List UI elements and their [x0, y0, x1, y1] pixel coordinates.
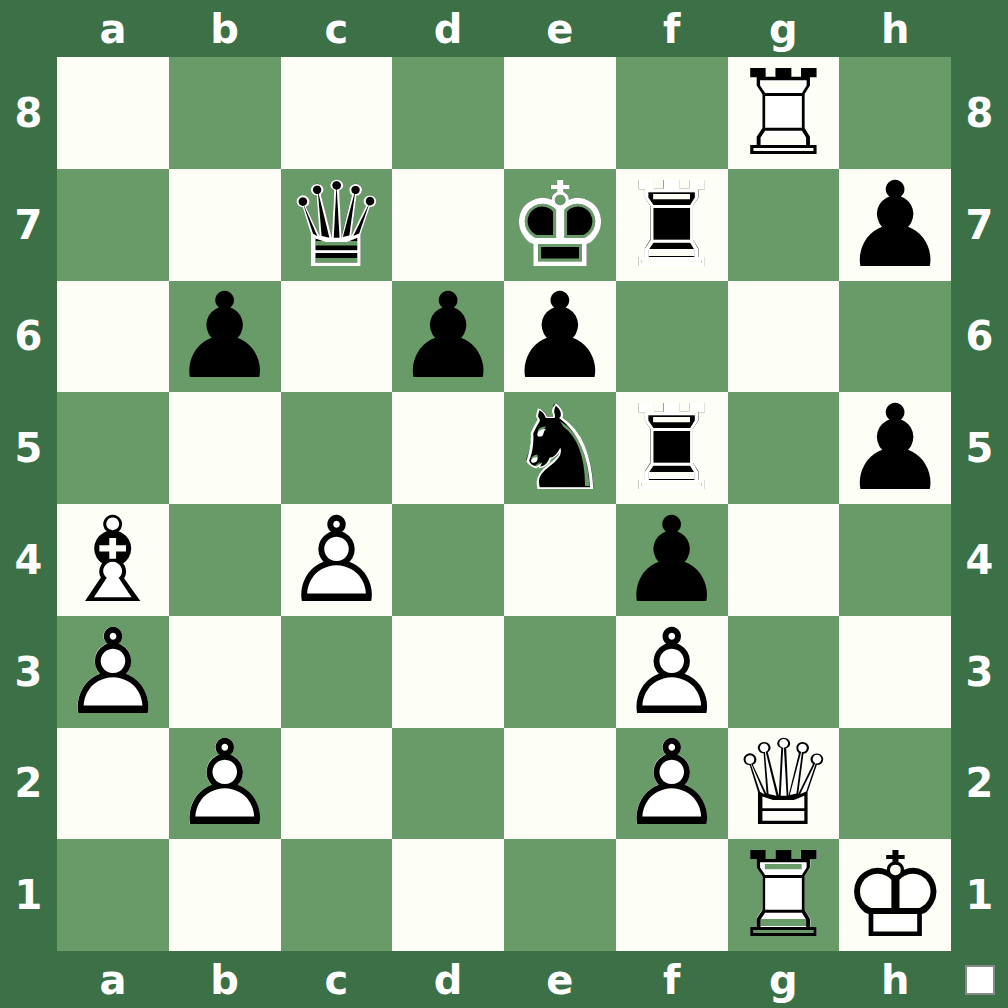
rank-label-right-6: 6 — [951, 281, 1008, 393]
rank-labels-left: 87654321 — [0, 57, 57, 951]
square-a2[interactable] — [57, 728, 169, 840]
file-label-bottom-d: d — [392, 951, 504, 1008]
file-label-top-g: g — [728, 0, 840, 57]
square-e8[interactable] — [504, 57, 616, 169]
square-a3[interactable]: ♟♙ — [57, 616, 169, 728]
piece-black-knight[interactable]: ♞♘ — [504, 392, 616, 504]
square-g6[interactable] — [728, 281, 840, 393]
piece-glyph-outline: ♖ — [728, 839, 840, 951]
piece-glyph-outline: ♙ — [281, 504, 393, 616]
rank-label-left-8: 8 — [0, 57, 57, 169]
file-label-bottom-g: g — [728, 951, 840, 1008]
square-b5[interactable] — [169, 392, 281, 504]
rank-label-right-7: 7 — [951, 169, 1008, 281]
piece-black-pawn[interactable]: ♟ — [839, 392, 951, 504]
square-g8[interactable]: ♜♖ — [728, 57, 840, 169]
square-a1[interactable] — [57, 839, 169, 951]
square-f1[interactable] — [616, 839, 728, 951]
piece-white-pawn[interactable]: ♟♙ — [616, 728, 728, 840]
square-g4[interactable] — [728, 504, 840, 616]
white-to-move-indicator — [965, 965, 995, 995]
piece-glyph-fill: ♟ — [616, 728, 728, 840]
file-label-bottom-e: e — [504, 951, 616, 1008]
square-f7[interactable]: ♜♖ — [616, 169, 728, 281]
square-e3[interactable] — [504, 616, 616, 728]
piece-glyph-fill: ♛ — [728, 728, 840, 840]
rank-label-left-3: 3 — [0, 616, 57, 728]
piece-white-queen[interactable]: ♛♕ — [728, 728, 840, 840]
piece-black-pawn[interactable]: ♟ — [392, 281, 504, 393]
square-e5[interactable]: ♞♘ — [504, 392, 616, 504]
file-label-bottom-f: f — [616, 951, 728, 1008]
square-b7[interactable] — [169, 169, 281, 281]
rank-labels-right: 87654321 — [951, 57, 1008, 951]
piece-black-rook[interactable]: ♜♖ — [616, 392, 728, 504]
piece-glyph-outline: ♕ — [728, 728, 840, 840]
square-h6[interactable] — [839, 281, 951, 393]
square-d8[interactable] — [392, 57, 504, 169]
rank-label-right-8: 8 — [951, 57, 1008, 169]
square-e2[interactable] — [504, 728, 616, 840]
square-h2[interactable] — [839, 728, 951, 840]
file-label-top-c: c — [281, 0, 393, 57]
square-g2[interactable]: ♛♕ — [728, 728, 840, 840]
square-b3[interactable] — [169, 616, 281, 728]
square-c6[interactable] — [281, 281, 393, 393]
piece-glyph-fill: ♟ — [169, 728, 281, 840]
square-b1[interactable] — [169, 839, 281, 951]
piece-white-pawn[interactable]: ♟♙ — [616, 616, 728, 728]
piece-white-pawn[interactable]: ♟♙ — [57, 616, 169, 728]
piece-black-king[interactable]: ♚♔ — [504, 169, 616, 281]
piece-glyph-outline: ♖ — [616, 392, 728, 504]
square-b6[interactable]: ♟ — [169, 281, 281, 393]
piece-black-pawn[interactable]: ♟ — [839, 169, 951, 281]
rank-label-right-3: 3 — [951, 616, 1008, 728]
piece-white-rook[interactable]: ♜♖ — [728, 57, 840, 169]
piece-glyph-outline: ♙ — [616, 728, 728, 840]
piece-glyph-fill: ♚ — [839, 839, 951, 951]
piece-glyph-outline: ♙ — [169, 728, 281, 840]
square-f4[interactable]: ♟ — [616, 504, 728, 616]
file-labels-top: abcdefgh — [57, 0, 951, 57]
square-f5[interactable]: ♜♖ — [616, 392, 728, 504]
piece-black-pawn[interactable]: ♟ — [616, 504, 728, 616]
chess-board: ♜♖♛♕♚♔♜♖♟♟♟♟♞♘♜♖♟♝♗♟♙♟♟♙♟♙♟♙♟♙♛♕♜♖♚♔ — [57, 57, 951, 951]
rank-label-left-5: 5 — [0, 392, 57, 504]
square-b4[interactable] — [169, 504, 281, 616]
square-f3[interactable]: ♟♙ — [616, 616, 728, 728]
piece-glyph-fill: ♜ — [616, 169, 728, 281]
piece-glyph-outline: ♙ — [616, 616, 728, 728]
square-h3[interactable] — [839, 616, 951, 728]
square-d7[interactable] — [392, 169, 504, 281]
square-a6[interactable] — [57, 281, 169, 393]
rank-label-right-2: 2 — [951, 728, 1008, 840]
piece-glyph-fill: ♟ — [616, 504, 728, 616]
square-e1[interactable] — [504, 839, 616, 951]
piece-glyph-outline: ♔ — [839, 839, 951, 951]
piece-white-king[interactable]: ♚♔ — [839, 839, 951, 951]
piece-glyph-outline: ♗ — [57, 504, 169, 616]
rank-label-left-2: 2 — [0, 728, 57, 840]
file-label-bottom-h: h — [839, 951, 951, 1008]
piece-glyph-fill: ♟ — [392, 281, 504, 393]
piece-glyph-fill: ♟ — [839, 392, 951, 504]
piece-glyph-fill: ♟ — [57, 616, 169, 728]
piece-glyph-fill: ♟ — [281, 504, 393, 616]
piece-glyph-outline: ♖ — [616, 169, 728, 281]
square-f8[interactable] — [616, 57, 728, 169]
rank-label-left-7: 7 — [0, 169, 57, 281]
file-label-top-e: e — [504, 0, 616, 57]
square-d5[interactable] — [392, 392, 504, 504]
square-a4[interactable]: ♝♗ — [57, 504, 169, 616]
square-h7[interactable]: ♟ — [839, 169, 951, 281]
piece-glyph-fill: ♜ — [728, 839, 840, 951]
rank-label-left-6: 6 — [0, 281, 57, 393]
square-c7[interactable]: ♛♕ — [281, 169, 393, 281]
piece-glyph-fill: ♚ — [504, 169, 616, 281]
square-b8[interactable] — [169, 57, 281, 169]
piece-black-rook[interactable]: ♜♖ — [616, 169, 728, 281]
file-label-top-b: b — [169, 0, 281, 57]
square-g1[interactable]: ♜♖ — [728, 839, 840, 951]
piece-glyph-outline: ♙ — [57, 616, 169, 728]
piece-glyph-fill: ♟ — [169, 281, 281, 393]
file-labels-bottom: abcdefgh — [57, 951, 951, 1008]
file-label-top-h: h — [839, 0, 951, 57]
file-label-bottom-c: c — [281, 951, 393, 1008]
square-g5[interactable] — [728, 392, 840, 504]
piece-black-queen[interactable]: ♛♕ — [281, 169, 393, 281]
square-d1[interactable] — [392, 839, 504, 951]
piece-white-rook[interactable]: ♜♖ — [728, 839, 840, 951]
square-a8[interactable] — [57, 57, 169, 169]
rank-label-right-1: 1 — [951, 839, 1008, 951]
piece-glyph-outline: ♖ — [728, 57, 840, 169]
file-label-bottom-b: b — [169, 951, 281, 1008]
piece-glyph-outline: ♔ — [504, 169, 616, 281]
piece-glyph-outline: ♕ — [281, 169, 393, 281]
square-f2[interactable]: ♟♙ — [616, 728, 728, 840]
square-a5[interactable] — [57, 392, 169, 504]
piece-black-pawn[interactable]: ♟ — [169, 281, 281, 393]
piece-glyph-outline: ♘ — [504, 392, 616, 504]
piece-glyph-fill: ♝ — [57, 504, 169, 616]
square-h4[interactable] — [839, 504, 951, 616]
square-d3[interactable] — [392, 616, 504, 728]
square-c5[interactable] — [281, 392, 393, 504]
square-h8[interactable] — [839, 57, 951, 169]
piece-glyph-fill: ♜ — [616, 392, 728, 504]
square-c3[interactable] — [281, 616, 393, 728]
file-label-top-a: a — [57, 0, 169, 57]
square-d4[interactable] — [392, 504, 504, 616]
file-label-top-f: f — [616, 0, 728, 57]
square-h5[interactable]: ♟ — [839, 392, 951, 504]
piece-glyph-fill: ♟ — [504, 281, 616, 393]
piece-glyph-fill: ♛ — [281, 169, 393, 281]
piece-black-pawn[interactable]: ♟ — [504, 281, 616, 393]
square-h1[interactable]: ♚♔ — [839, 839, 951, 951]
piece-white-bishop[interactable]: ♝♗ — [57, 504, 169, 616]
square-c1[interactable] — [281, 839, 393, 951]
piece-glyph-fill: ♞ — [504, 392, 616, 504]
rank-label-right-4: 4 — [951, 504, 1008, 616]
rank-label-left-1: 1 — [0, 839, 57, 951]
square-e7[interactable]: ♚♔ — [504, 169, 616, 281]
square-g3[interactable] — [728, 616, 840, 728]
rank-label-right-5: 5 — [951, 392, 1008, 504]
square-c4[interactable]: ♟♙ — [281, 504, 393, 616]
square-b2[interactable]: ♟♙ — [169, 728, 281, 840]
piece-white-pawn[interactable]: ♟♙ — [281, 504, 393, 616]
square-c2[interactable] — [281, 728, 393, 840]
chess-board-frame: abcdefgh abcdefgh 87654321 87654321 ♜♖♛♕… — [0, 0, 1008, 1008]
piece-white-pawn[interactable]: ♟♙ — [169, 728, 281, 840]
rank-label-left-4: 4 — [0, 504, 57, 616]
piece-glyph-fill: ♟ — [839, 169, 951, 281]
square-e6[interactable]: ♟ — [504, 281, 616, 393]
square-g7[interactable] — [728, 169, 840, 281]
square-d6[interactable]: ♟ — [392, 281, 504, 393]
square-e4[interactable] — [504, 504, 616, 616]
piece-glyph-fill: ♜ — [728, 57, 840, 169]
file-label-top-d: d — [392, 0, 504, 57]
square-c8[interactable] — [281, 57, 393, 169]
square-d2[interactable] — [392, 728, 504, 840]
file-label-bottom-a: a — [57, 951, 169, 1008]
piece-glyph-fill: ♟ — [616, 616, 728, 728]
square-a7[interactable] — [57, 169, 169, 281]
square-f6[interactable] — [616, 281, 728, 393]
